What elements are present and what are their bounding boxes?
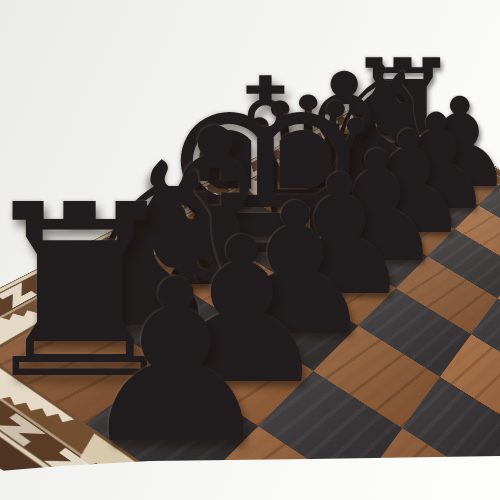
square-h5 <box>298 491 459 500</box>
square-g4 <box>459 488 500 500</box>
board-photo-region <box>0 0 500 500</box>
chess-board <box>0 121 500 500</box>
inlay-zigzag-motif <box>103 488 136 500</box>
photo-canvas: ♜♞♝♛♚♝♞♜♟♟♟♟♟♟♟♟ <box>0 0 500 500</box>
